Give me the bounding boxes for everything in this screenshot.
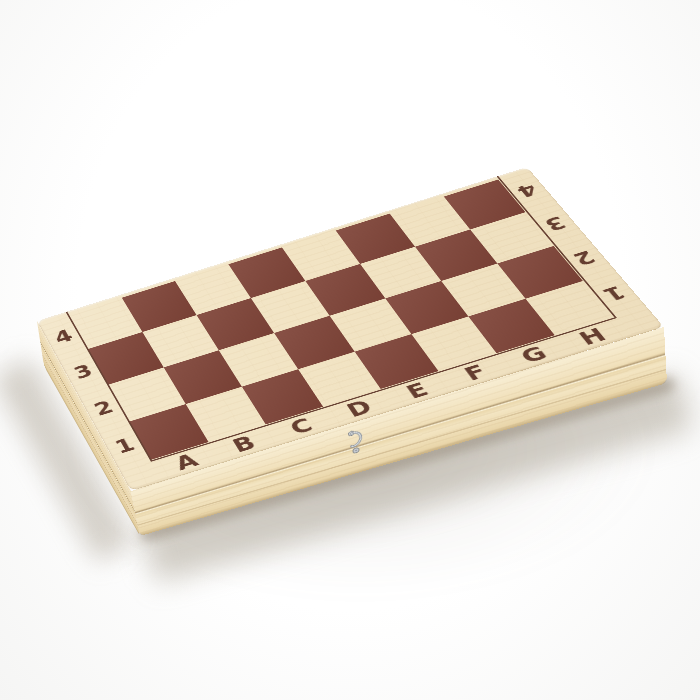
screenshot-root: { "game": "chess", "scene": { "descripti… [0, 0, 700, 700]
product-photo-scene: 4321 4321 ABCDEFGH [0, 0, 700, 700]
